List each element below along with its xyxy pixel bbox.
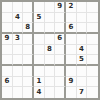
sudoku-cell-r1c9[interactable] <box>87 2 98 13</box>
sudoku-cell-r3c1[interactable] <box>2 23 13 34</box>
sudoku-cell-r1c5[interactable] <box>45 2 56 13</box>
sudoku-cell-r9c6[interactable] <box>55 87 66 98</box>
sudoku-cell-r1c8[interactable] <box>77 2 88 13</box>
sudoku-cell-r7c3[interactable] <box>23 66 34 77</box>
sudoku-cell-r5c8[interactable]: 4 <box>77 45 88 56</box>
sudoku-cell-r9c2[interactable] <box>13 87 24 98</box>
sudoku-cell-r7c5[interactable] <box>45 66 56 77</box>
sudoku-cell-r3c2[interactable] <box>13 23 24 34</box>
sudoku-cell-r4c5[interactable] <box>45 34 56 45</box>
sudoku-cell-r6c1[interactable] <box>2 55 13 66</box>
sudoku-cell-r7c8[interactable] <box>77 66 88 77</box>
sudoku-cell-r2c5[interactable] <box>45 13 56 24</box>
sudoku-cell-r6c3[interactable] <box>23 55 34 66</box>
sudoku-cell-r4c8[interactable] <box>77 34 88 45</box>
sudoku-cell-r7c2[interactable] <box>13 66 24 77</box>
sudoku-cell-r3c5[interactable] <box>45 23 56 34</box>
sudoku-cell-r4c9[interactable] <box>87 34 98 45</box>
sudoku-cell-r5c7[interactable] <box>66 45 77 56</box>
sudoku-cell-r4c4[interactable] <box>34 34 45 45</box>
sudoku-cell-r2c7[interactable] <box>66 13 77 24</box>
sudoku-cell-r8c1[interactable]: 6 <box>2 77 13 88</box>
sudoku-cell-r3c4[interactable] <box>34 23 45 34</box>
sudoku-cell-r1c1[interactable] <box>2 2 13 13</box>
sudoku-cell-r5c9[interactable] <box>87 45 98 56</box>
sudoku-cell-r3c8[interactable] <box>77 23 88 34</box>
sudoku-cell-r6c7[interactable] <box>66 55 77 66</box>
sudoku-cell-r2c8[interactable] <box>77 13 88 24</box>
sudoku-cell-r5c2[interactable] <box>13 45 24 56</box>
sudoku-cell-r1c7[interactable]: 2 <box>66 2 77 13</box>
sudoku-cell-r2c4[interactable]: 5 <box>34 13 45 24</box>
sudoku-cell-r7c1[interactable] <box>2 66 13 77</box>
sudoku-cell-r2c2[interactable]: 4 <box>13 13 24 24</box>
sudoku-cell-r8c5[interactable] <box>45 77 56 88</box>
sudoku-cell-r5c4[interactable] <box>34 45 45 56</box>
sudoku-cell-r2c9[interactable] <box>87 13 98 24</box>
sudoku-cell-r4c2[interactable]: 3 <box>13 34 24 45</box>
sudoku-cell-r4c3[interactable] <box>23 34 34 45</box>
sudoku-cell-r4c7[interactable] <box>66 34 77 45</box>
sudoku-cell-r9c5[interactable] <box>45 87 56 98</box>
sudoku-cell-r4c1[interactable]: 9 <box>2 34 13 45</box>
sudoku-cell-r6c4[interactable] <box>34 55 45 66</box>
sudoku-cell-r3c9[interactable] <box>87 23 98 34</box>
sudoku-cell-r9c1[interactable] <box>2 87 13 98</box>
sudoku-cell-r3c7[interactable]: 6 <box>66 23 77 34</box>
sudoku-cell-r5c3[interactable] <box>23 45 34 56</box>
sudoku-cell-r2c6[interactable] <box>55 13 66 24</box>
sudoku-cell-r8c2[interactable] <box>13 77 24 88</box>
sudoku-cell-r1c3[interactable] <box>23 2 34 13</box>
sudoku-cell-r7c7[interactable] <box>66 66 77 77</box>
sudoku-cell-r7c6[interactable] <box>55 66 66 77</box>
sudoku-cell-r9c9[interactable] <box>87 87 98 98</box>
sudoku-cell-r9c7[interactable] <box>66 87 77 98</box>
sudoku-cell-r6c2[interactable] <box>13 55 24 66</box>
sudoku-cell-r1c4[interactable] <box>34 2 45 13</box>
sudoku-cell-r5c5[interactable]: 8 <box>45 45 56 56</box>
sudoku-cell-r5c6[interactable] <box>55 45 66 56</box>
sudoku-cell-r1c2[interactable] <box>13 2 24 13</box>
sudoku-cell-r6c9[interactable] <box>87 55 98 66</box>
sudoku-cell-r8c4[interactable]: 1 <box>34 77 45 88</box>
sudoku-cell-r8c8[interactable] <box>77 77 88 88</box>
sudoku-cell-r2c3[interactable] <box>23 13 34 24</box>
sudoku-cell-r3c3[interactable]: 8 <box>23 23 34 34</box>
sudoku-cell-r7c9[interactable] <box>87 66 98 77</box>
sudoku-cell-r9c4[interactable]: 4 <box>34 87 45 98</box>
sudoku-cell-r8c9[interactable] <box>87 77 98 88</box>
sudoku-cell-r2c1[interactable] <box>2 13 13 24</box>
sudoku-board: 92458693684561947 <box>0 0 100 100</box>
sudoku-cell-r8c6[interactable] <box>55 77 66 88</box>
sudoku-cell-r9c3[interactable] <box>23 87 34 98</box>
sudoku-cell-r3c6[interactable] <box>55 23 66 34</box>
sudoku-cell-r5c1[interactable] <box>2 45 13 56</box>
sudoku-cell-r9c8[interactable]: 7 <box>77 87 88 98</box>
sudoku-cell-r7c4[interactable] <box>34 66 45 77</box>
sudoku-cell-r6c6[interactable] <box>55 55 66 66</box>
sudoku-cell-r1c6[interactable]: 9 <box>55 2 66 13</box>
sudoku-cell-r6c8[interactable]: 5 <box>77 55 88 66</box>
sudoku-cell-r8c7[interactable]: 9 <box>66 77 77 88</box>
sudoku-cell-r6c5[interactable] <box>45 55 56 66</box>
sudoku-cell-r8c3[interactable] <box>23 77 34 88</box>
sudoku-cell-r4c6[interactable]: 6 <box>55 34 66 45</box>
